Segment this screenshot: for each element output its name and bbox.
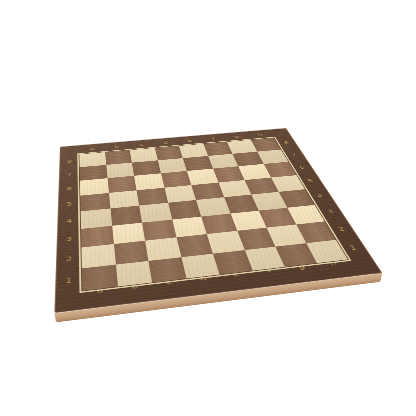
rank-label-2: 2: [327, 219, 356, 239]
rank-label-1: 1: [58, 268, 80, 293]
file-label-f: f: [250, 262, 288, 279]
squares-grid: [79, 138, 347, 291]
file-label-c: c: [151, 273, 188, 291]
square-d2[interactable]: [176, 234, 213, 257]
square-e1[interactable]: [213, 250, 253, 275]
perspective-container: abcdefgh abcdefgh 87654321 87654321: [60, 64, 331, 335]
square-g3[interactable]: [259, 208, 296, 228]
square-h1[interactable]: [306, 240, 348, 264]
square-f3[interactable]: [230, 210, 266, 230]
file-label-g: g: [282, 258, 320, 275]
file-label-e: e: [218, 265, 256, 282]
square-b3[interactable]: [112, 222, 145, 244]
file-label-b: b: [117, 277, 154, 295]
board-scaler: abcdefgh abcdefgh 87654321 87654321: [43, 44, 367, 368]
square-g1[interactable]: [275, 243, 316, 267]
square-c3[interactable]: [142, 219, 176, 240]
rank-label-8: 8: [61, 155, 77, 169]
rank-label-1: 1: [338, 237, 369, 259]
square-e3[interactable]: [201, 213, 237, 234]
file-label-d: d: [185, 269, 222, 287]
square-a2[interactable]: [81, 244, 115, 268]
square-c1[interactable]: [148, 257, 186, 283]
rank-label-5: 5: [60, 196, 78, 214]
square-b1[interactable]: [115, 261, 152, 287]
product-photo-scene: abcdefgh abcdefgh 87654321 87654321: [0, 0, 416, 416]
square-h2[interactable]: [296, 221, 336, 243]
square-e4[interactable]: [196, 197, 230, 216]
square-c4[interactable]: [139, 203, 172, 223]
square-a3[interactable]: [81, 226, 113, 248]
rank-label-3: 3: [59, 229, 79, 250]
square-b5[interactable]: [109, 190, 140, 208]
square-c2[interactable]: [145, 237, 181, 260]
square-f2[interactable]: [237, 228, 275, 250]
square-a5[interactable]: [80, 193, 110, 212]
playing-area: [77, 137, 351, 293]
square-a1[interactable]: [82, 264, 118, 290]
square-g2[interactable]: [267, 224, 306, 246]
rank-label-7: 7: [61, 167, 78, 182]
square-b2[interactable]: [113, 241, 148, 265]
rank-label-3: 3: [317, 203, 344, 221]
rank-label-2: 2: [59, 248, 80, 271]
square-d1[interactable]: [181, 253, 220, 278]
square-d4[interactable]: [168, 200, 201, 219]
rank-label-6: 6: [61, 181, 78, 197]
chess-board: abcdefgh abcdefgh 87654321 87654321: [54, 128, 382, 313]
rank-label-4: 4: [60, 212, 79, 231]
file-label-a: a: [82, 281, 118, 299]
square-f1[interactable]: [244, 246, 284, 270]
square-e2[interactable]: [207, 231, 245, 254]
square-c5[interactable]: [137, 187, 168, 205]
square-h3[interactable]: [287, 205, 325, 225]
square-b4[interactable]: [110, 206, 142, 226]
square-h4[interactable]: [278, 189, 314, 207]
coords-left-ranks: 87654321: [58, 155, 80, 294]
file-label-h: h: [314, 254, 353, 270]
square-d3[interactable]: [172, 216, 207, 237]
square-a4[interactable]: [81, 208, 112, 228]
